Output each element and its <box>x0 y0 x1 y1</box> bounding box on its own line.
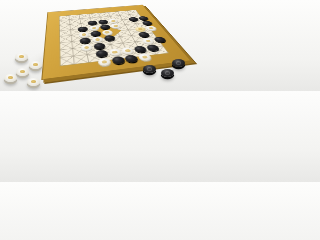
board-grid <box>65 11 200 81</box>
board-intersection[interactable] <box>69 69 86 81</box>
captured-white-piece[interactable] <box>15 53 28 61</box>
photo-background <box>0 0 200 91</box>
captured-white-piece[interactable] <box>16 68 29 76</box>
board-playing-field <box>59 10 169 67</box>
captured-white-piece[interactable] <box>27 78 40 86</box>
captured-black-piece[interactable] <box>143 65 156 73</box>
captured-black-piece[interactable] <box>161 69 174 77</box>
captured-black-piece[interactable] <box>172 59 185 67</box>
captured-white-piece[interactable] <box>29 61 42 69</box>
captured-white-piece[interactable] <box>4 74 17 82</box>
